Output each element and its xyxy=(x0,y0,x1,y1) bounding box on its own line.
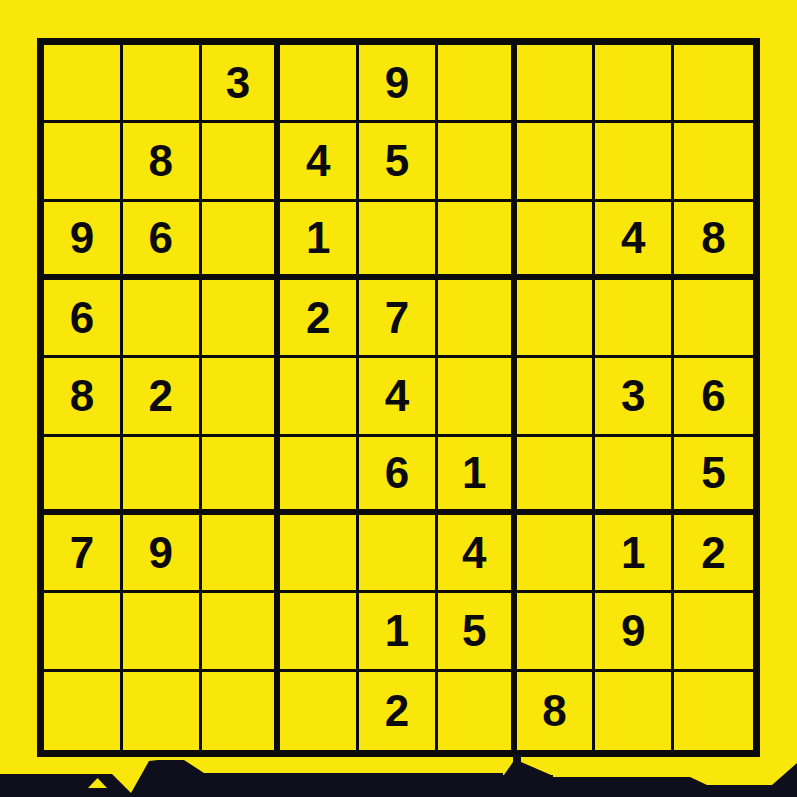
sudoku-cell[interactable]: 3 xyxy=(595,358,674,436)
sudoku-cell[interactable] xyxy=(517,515,596,593)
sudoku-cell[interactable] xyxy=(202,358,281,436)
sudoku-cell[interactable] xyxy=(674,593,753,671)
sudoku-cell[interactable]: 9 xyxy=(123,515,202,593)
sudoku-cell[interactable] xyxy=(517,358,596,436)
sudoku-cell[interactable] xyxy=(280,672,359,750)
sudoku-cell[interactable] xyxy=(595,45,674,123)
sudoku-cell[interactable] xyxy=(517,593,596,671)
sudoku-cell[interactable] xyxy=(44,593,123,671)
sudoku-cell[interactable]: 8 xyxy=(517,672,596,750)
sudoku-cell[interactable]: 4 xyxy=(359,358,438,436)
sudoku-cell[interactable]: 4 xyxy=(595,202,674,280)
sudoku-cell[interactable]: 2 xyxy=(280,280,359,358)
sudoku-cell[interactable]: 9 xyxy=(595,593,674,671)
sudoku-cell[interactable]: 6 xyxy=(123,202,202,280)
sudoku-cell[interactable]: 1 xyxy=(280,202,359,280)
sudoku-cell[interactable] xyxy=(280,593,359,671)
sudoku-cell[interactable]: 6 xyxy=(359,437,438,515)
sudoku-cell[interactable]: 8 xyxy=(674,202,753,280)
sudoku-cell[interactable] xyxy=(280,515,359,593)
sudoku-cell[interactable]: 1 xyxy=(595,515,674,593)
footer-dark-strip xyxy=(0,760,797,797)
sudoku-cell[interactable] xyxy=(202,123,281,201)
sudoku-cell[interactable]: 4 xyxy=(438,515,517,593)
sudoku-cell[interactable] xyxy=(674,45,753,123)
arrow-stub xyxy=(513,754,521,763)
sudoku-cell[interactable] xyxy=(438,123,517,201)
sudoku-cell[interactable]: 5 xyxy=(438,593,517,671)
sudoku-cell[interactable] xyxy=(123,437,202,515)
sudoku-cell[interactable] xyxy=(359,515,438,593)
sudoku-cell[interactable] xyxy=(674,123,753,201)
sudoku-cell[interactable]: 5 xyxy=(359,123,438,201)
sudoku-cell[interactable] xyxy=(438,672,517,750)
sudoku-cell[interactable] xyxy=(123,593,202,671)
sudoku-cell[interactable]: 3 xyxy=(202,45,281,123)
sudoku-cell[interactable] xyxy=(438,358,517,436)
sudoku-cell[interactable] xyxy=(202,202,281,280)
sudoku-cell[interactable]: 1 xyxy=(438,437,517,515)
sudoku-cell[interactable] xyxy=(595,437,674,515)
sudoku-cell[interactable] xyxy=(44,45,123,123)
sudoku-cell[interactable] xyxy=(438,202,517,280)
sudoku-cell[interactable] xyxy=(123,672,202,750)
sudoku-page: 3984596148627824366157941215928 xyxy=(0,0,797,797)
sudoku-cell[interactable] xyxy=(202,672,281,750)
sudoku-cell[interactable]: 2 xyxy=(674,515,753,593)
sudoku-cell[interactable]: 9 xyxy=(44,202,123,280)
sudoku-cell[interactable] xyxy=(44,123,123,201)
sudoku-cell[interactable]: 6 xyxy=(674,358,753,436)
sudoku-cell[interactable]: 7 xyxy=(359,280,438,358)
sudoku-cell[interactable] xyxy=(595,672,674,750)
sudoku-cell[interactable] xyxy=(517,202,596,280)
sudoku-cell[interactable] xyxy=(44,437,123,515)
footer-decoration xyxy=(0,750,797,797)
sudoku-cell[interactable] xyxy=(595,123,674,201)
sudoku-cell[interactable] xyxy=(202,280,281,358)
sudoku-cell[interactable]: 4 xyxy=(280,123,359,201)
sudoku-cell[interactable] xyxy=(44,672,123,750)
sudoku-cell[interactable]: 1 xyxy=(359,593,438,671)
sudoku-cell[interactable] xyxy=(674,672,753,750)
sudoku-cell[interactable] xyxy=(123,280,202,358)
sudoku-cell[interactable] xyxy=(595,280,674,358)
sudoku-cell[interactable] xyxy=(359,202,438,280)
sudoku-cell[interactable]: 8 xyxy=(123,123,202,201)
sudoku-cell[interactable]: 9 xyxy=(359,45,438,123)
sudoku-cell[interactable]: 7 xyxy=(44,515,123,593)
sudoku-cell[interactable] xyxy=(517,280,596,358)
sudoku-cell[interactable] xyxy=(517,45,596,123)
sudoku-cell[interactable] xyxy=(280,45,359,123)
sudoku-cell[interactable]: 2 xyxy=(359,672,438,750)
sudoku-cell[interactable] xyxy=(517,437,596,515)
sudoku-cell[interactable]: 2 xyxy=(123,358,202,436)
sudoku-cell[interactable] xyxy=(202,593,281,671)
sudoku-cell[interactable]: 8 xyxy=(44,358,123,436)
sudoku-board: 3984596148627824366157941215928 xyxy=(37,38,760,757)
sudoku-cell[interactable]: 5 xyxy=(674,437,753,515)
sudoku-cell[interactable] xyxy=(280,358,359,436)
sudoku-cell[interactable] xyxy=(123,45,202,123)
sudoku-cell[interactable] xyxy=(202,515,281,593)
sudoku-cell[interactable] xyxy=(438,280,517,358)
sudoku-cell[interactable] xyxy=(438,45,517,123)
sudoku-cell[interactable] xyxy=(674,280,753,358)
sudoku-cell[interactable] xyxy=(202,437,281,515)
sudoku-cell[interactable] xyxy=(280,437,359,515)
sudoku-cell[interactable]: 6 xyxy=(44,280,123,358)
sudoku-cell[interactable] xyxy=(517,123,596,201)
